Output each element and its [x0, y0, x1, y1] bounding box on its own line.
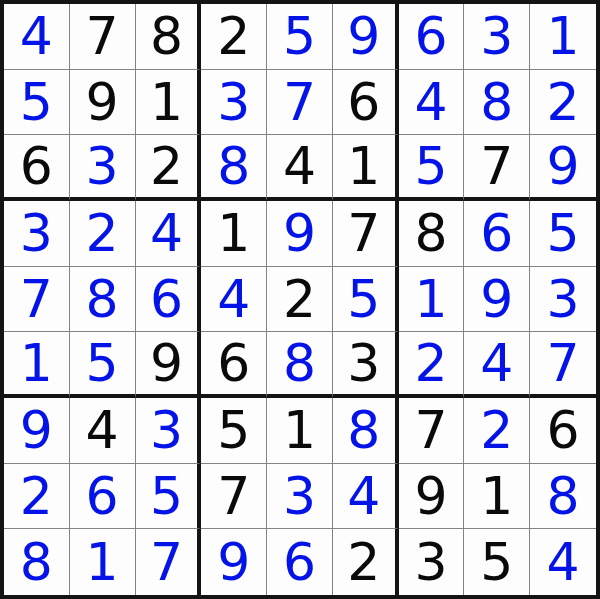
solved-digit: 3 — [217, 76, 250, 128]
solved-digit: 5 — [20, 76, 53, 128]
sudoku-cell-r4c3[interactable]: 4 — [136, 201, 202, 267]
solved-digit: 3 — [283, 470, 316, 522]
sudoku-cell-r1c2[interactable]: 7 — [70, 4, 136, 70]
solved-digit: 1 — [547, 10, 580, 62]
sudoku-cell-r2c7[interactable]: 4 — [399, 70, 465, 136]
sudoku-cell-r4c9[interactable]: 5 — [530, 201, 596, 267]
given-digit: 7 — [415, 404, 448, 456]
solved-digit: 8 — [217, 140, 250, 192]
given-digit: 7 — [217, 470, 250, 522]
sudoku-cell-r6c8[interactable]: 4 — [464, 332, 530, 398]
given-digit: 1 — [480, 470, 513, 522]
sudoku-cell-r1c9[interactable]: 1 — [530, 4, 596, 70]
sudoku-cell-r4c7[interactable]: 8 — [399, 201, 465, 267]
given-digit: 8 — [150, 10, 183, 62]
sudoku-cell-r7c6[interactable]: 8 — [333, 398, 399, 464]
solved-digit: 4 — [480, 337, 513, 389]
solved-digit: 9 — [283, 207, 316, 259]
solved-digit: 7 — [150, 536, 183, 588]
sudoku-cell-r8c5[interactable]: 3 — [267, 464, 333, 530]
sudoku-cell-r3c7[interactable]: 5 — [399, 135, 465, 201]
given-digit: 9 — [415, 470, 448, 522]
solved-digit: 7 — [283, 76, 316, 128]
sudoku-cell-r6c1[interactable]: 1 — [4, 332, 70, 398]
given-digit: 6 — [217, 337, 250, 389]
sudoku-cell-r7c5[interactable]: 1 — [267, 398, 333, 464]
sudoku-cell-r9c9[interactable]: 4 — [530, 529, 596, 595]
solved-digit: 9 — [217, 536, 250, 588]
given-digit: 5 — [480, 536, 513, 588]
given-digit: 2 — [150, 140, 183, 192]
sudoku-cell-r9c1[interactable]: 8 — [4, 529, 70, 595]
sudoku-cell-r1c3[interactable]: 8 — [136, 4, 202, 70]
sudoku-cell-r2c9[interactable]: 2 — [530, 70, 596, 136]
solved-digit: 1 — [20, 337, 53, 389]
sudoku-cell-r9c2[interactable]: 1 — [70, 529, 136, 595]
sudoku-cell-r9c7[interactable]: 3 — [399, 529, 465, 595]
solved-digit: 5 — [283, 10, 316, 62]
sudoku-cell-r3c9[interactable]: 9 — [530, 135, 596, 201]
solved-digit: 8 — [86, 273, 119, 325]
sudoku-cell-r4c8[interactable]: 6 — [464, 201, 530, 267]
solved-digit: 6 — [86, 470, 119, 522]
solved-digit: 3 — [547, 273, 580, 325]
sudoku-cell-r3c3[interactable]: 2 — [136, 135, 202, 201]
given-digit: 7 — [480, 140, 513, 192]
sudoku-cell-r4c6[interactable]: 7 — [333, 201, 399, 267]
sudoku-cell-r5c1[interactable]: 7 — [4, 267, 70, 333]
sudoku-cell-r8c4[interactable]: 7 — [201, 464, 267, 530]
sudoku-cell-r8c2[interactable]: 6 — [70, 464, 136, 530]
sudoku-cell-r8c3[interactable]: 5 — [136, 464, 202, 530]
sudoku-cell-r6c6[interactable]: 3 — [333, 332, 399, 398]
sudoku-cell-r9c5[interactable]: 6 — [267, 529, 333, 595]
solved-digit: 1 — [415, 273, 448, 325]
sudoku-cell-r8c8[interactable]: 1 — [464, 464, 530, 530]
given-digit: 6 — [20, 140, 53, 192]
sudoku-cell-r5c2[interactable]: 8 — [70, 267, 136, 333]
sudoku-cell-r7c9[interactable]: 6 — [530, 398, 596, 464]
sudoku-cell-r3c8[interactable]: 7 — [464, 135, 530, 201]
sudoku-cell-r4c4[interactable]: 1 — [201, 201, 267, 267]
given-digit: 6 — [547, 404, 580, 456]
sudoku-cell-r3c5[interactable]: 4 — [267, 135, 333, 201]
solved-digit: 6 — [480, 207, 513, 259]
given-digit: 1 — [217, 207, 250, 259]
solved-digit: 3 — [86, 140, 119, 192]
sudoku-cell-r8c9[interactable]: 8 — [530, 464, 596, 530]
sudoku-cell-r9c6[interactable]: 2 — [333, 529, 399, 595]
solved-digit: 8 — [283, 337, 316, 389]
sudoku-cell-r2c2[interactable]: 9 — [70, 70, 136, 136]
solved-digit: 5 — [547, 207, 580, 259]
sudoku-cell-r6c5[interactable]: 8 — [267, 332, 333, 398]
solved-digit: 5 — [150, 470, 183, 522]
sudoku-cell-r1c1[interactable]: 4 — [4, 4, 70, 70]
sudoku-cell-r8c7[interactable]: 9 — [399, 464, 465, 530]
given-digit: 1 — [283, 404, 316, 456]
solved-digit: 9 — [547, 140, 580, 192]
sudoku-cell-r2c1[interactable]: 5 — [4, 70, 70, 136]
given-digit: 3 — [347, 337, 380, 389]
solved-digit: 8 — [547, 470, 580, 522]
given-digit: 1 — [347, 140, 380, 192]
solved-digit: 2 — [20, 470, 53, 522]
sudoku-cell-r1c8[interactable]: 3 — [464, 4, 530, 70]
sudoku-cell-r7c8[interactable]: 2 — [464, 398, 530, 464]
solved-digit: 9 — [347, 10, 380, 62]
sudoku-cell-r6c9[interactable]: 7 — [530, 332, 596, 398]
given-digit: 9 — [86, 76, 119, 128]
solved-digit: 9 — [480, 273, 513, 325]
sudoku-cell-r5c3[interactable]: 6 — [136, 267, 202, 333]
sudoku-cell-r5c8[interactable]: 9 — [464, 267, 530, 333]
given-digit: 4 — [86, 404, 119, 456]
solved-digit: 6 — [283, 536, 316, 588]
sudoku-cell-r7c7[interactable]: 7 — [399, 398, 465, 464]
solved-digit: 7 — [20, 273, 53, 325]
solved-digit: 4 — [217, 273, 250, 325]
solved-digit: 4 — [20, 10, 53, 62]
solved-digit: 3 — [480, 10, 513, 62]
sudoku-cell-r1c6[interactable]: 9 — [333, 4, 399, 70]
sudoku-cell-r9c3[interactable]: 7 — [136, 529, 202, 595]
sudoku-cell-r6c7[interactable]: 2 — [399, 332, 465, 398]
sudoku-cell-r5c5[interactable]: 2 — [267, 267, 333, 333]
solved-digit: 5 — [86, 337, 119, 389]
solved-digit: 8 — [480, 76, 513, 128]
solved-digit: 4 — [547, 536, 580, 588]
sudoku-cell-r4c1[interactable]: 3 — [4, 201, 70, 267]
sudoku-cell-r7c4[interactable]: 5 — [201, 398, 267, 464]
solved-digit: 2 — [480, 404, 513, 456]
sudoku-board: 4782596315913764826328415793241978657864… — [0, 0, 600, 599]
sudoku-cell-r4c2[interactable]: 2 — [70, 201, 136, 267]
solved-digit: 2 — [86, 207, 119, 259]
sudoku-cell-r1c4[interactable]: 2 — [201, 4, 267, 70]
sudoku-cell-r2c3[interactable]: 1 — [136, 70, 202, 136]
solved-digit: 7 — [547, 337, 580, 389]
given-digit: 8 — [415, 207, 448, 259]
sudoku-cell-r4c5[interactable]: 9 — [267, 201, 333, 267]
sudoku-cell-r2c8[interactable]: 8 — [464, 70, 530, 136]
sudoku-cell-r9c8[interactable]: 5 — [464, 529, 530, 595]
solved-digit: 4 — [415, 76, 448, 128]
sudoku-cell-r6c3[interactable]: 9 — [136, 332, 202, 398]
solved-digit: 2 — [547, 76, 580, 128]
given-digit: 7 — [86, 10, 119, 62]
sudoku-cell-r6c4[interactable]: 6 — [201, 332, 267, 398]
solved-digit: 3 — [20, 207, 53, 259]
sudoku-cell-r5c9[interactable]: 3 — [530, 267, 596, 333]
solved-digit: 3 — [150, 404, 183, 456]
solved-digit: 9 — [20, 404, 53, 456]
sudoku-cell-r1c5[interactable]: 5 — [267, 4, 333, 70]
solved-digit: 8 — [20, 536, 53, 588]
solved-digit: 1 — [86, 536, 119, 588]
solved-digit: 4 — [150, 207, 183, 259]
sudoku-cell-r8c6[interactable]: 4 — [333, 464, 399, 530]
sudoku-cell-r3c4[interactable]: 8 — [201, 135, 267, 201]
solved-digit: 8 — [347, 404, 380, 456]
given-digit: 2 — [217, 10, 250, 62]
given-digit: 7 — [347, 207, 380, 259]
given-digit: 4 — [283, 140, 316, 192]
given-digit: 9 — [150, 337, 183, 389]
sudoku-cell-r7c2[interactable]: 4 — [70, 398, 136, 464]
given-digit: 5 — [217, 404, 250, 456]
sudoku-cell-r5c7[interactable]: 1 — [399, 267, 465, 333]
sudoku-cell-r5c6[interactable]: 5 — [333, 267, 399, 333]
sudoku-cell-r3c6[interactable]: 1 — [333, 135, 399, 201]
sudoku-cell-r6c2[interactable]: 5 — [70, 332, 136, 398]
solved-digit: 6 — [150, 273, 183, 325]
solved-digit: 4 — [347, 470, 380, 522]
solved-digit: 6 — [415, 10, 448, 62]
solved-digit: 5 — [347, 273, 380, 325]
sudoku-cell-r2c5[interactable]: 7 — [267, 70, 333, 136]
sudoku-cell-r2c6[interactable]: 6 — [333, 70, 399, 136]
sudoku-cell-r3c2[interactable]: 3 — [70, 135, 136, 201]
solved-digit: 5 — [415, 140, 448, 192]
solved-digit: 2 — [415, 337, 448, 389]
sudoku-cell-r9c4[interactable]: 9 — [201, 529, 267, 595]
sudoku-cell-r5c4[interactable]: 4 — [201, 267, 267, 333]
given-digit: 2 — [283, 273, 316, 325]
given-digit: 6 — [347, 76, 380, 128]
sudoku-cell-r7c1[interactable]: 9 — [4, 398, 70, 464]
sudoku-cell-r3c1[interactable]: 6 — [4, 135, 70, 201]
sudoku-cell-r1c7[interactable]: 6 — [399, 4, 465, 70]
given-digit: 1 — [150, 76, 183, 128]
given-digit: 2 — [347, 536, 380, 588]
given-digit: 3 — [415, 536, 448, 588]
sudoku-cell-r8c1[interactable]: 2 — [4, 464, 70, 530]
sudoku-cell-r7c3[interactable]: 3 — [136, 398, 202, 464]
sudoku-cell-r2c4[interactable]: 3 — [201, 70, 267, 136]
